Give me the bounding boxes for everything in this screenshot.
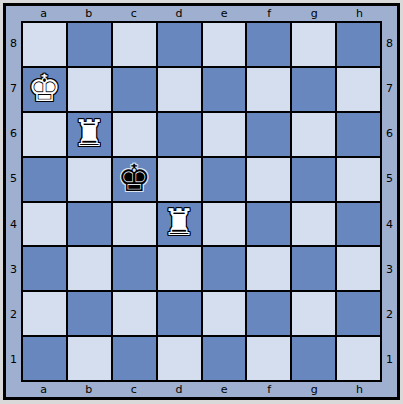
- square-h4[interactable]: [337, 203, 380, 246]
- square-g1[interactable]: [292, 337, 335, 380]
- square-h1[interactable]: [337, 337, 380, 380]
- rank-left-label-5: 5: [6, 156, 21, 201]
- board-frame: ♚♜♚♜ aabbccddeeffgghh8877665544332211: [3, 3, 400, 400]
- square-f1[interactable]: [247, 337, 290, 380]
- square-a3[interactable]: [23, 247, 66, 290]
- square-f6[interactable]: [247, 113, 290, 156]
- file-top-label-b: b: [66, 6, 111, 21]
- file-bottom-label-e: e: [202, 382, 247, 397]
- square-e7[interactable]: [203, 68, 246, 111]
- square-h5[interactable]: [337, 158, 380, 201]
- square-b3[interactable]: [68, 247, 111, 290]
- rank-left-label-8: 8: [6, 21, 21, 66]
- file-bottom-label-h: h: [337, 382, 382, 397]
- rank-left-label-1: 1: [6, 337, 21, 382]
- piece-white-rook[interactable]: ♜: [73, 115, 106, 152]
- square-g4[interactable]: [292, 203, 335, 246]
- square-a5[interactable]: [23, 158, 66, 201]
- square-a6[interactable]: [23, 113, 66, 156]
- square-e1[interactable]: [203, 337, 246, 380]
- square-b7[interactable]: [68, 68, 111, 111]
- square-a8[interactable]: [23, 23, 66, 66]
- square-c5[interactable]: ♚: [113, 158, 156, 201]
- rank-right-label-5: 5: [382, 156, 397, 201]
- square-h3[interactable]: [337, 247, 380, 290]
- square-b5[interactable]: [68, 158, 111, 201]
- rank-left-label-6: 6: [6, 111, 21, 156]
- file-top-label-g: g: [292, 6, 337, 21]
- square-c3[interactable]: [113, 247, 156, 290]
- square-f2[interactable]: [247, 292, 290, 335]
- square-a4[interactable]: [23, 203, 66, 246]
- square-d2[interactable]: [158, 292, 201, 335]
- square-h7[interactable]: [337, 68, 380, 111]
- piece-white-king[interactable]: ♚: [28, 70, 61, 107]
- square-f3[interactable]: [247, 247, 290, 290]
- square-f4[interactable]: [247, 203, 290, 246]
- square-d6[interactable]: [158, 113, 201, 156]
- square-c7[interactable]: [113, 68, 156, 111]
- file-bottom-label-g: g: [292, 382, 337, 397]
- square-e3[interactable]: [203, 247, 246, 290]
- square-a2[interactable]: [23, 292, 66, 335]
- square-b8[interactable]: [68, 23, 111, 66]
- square-c2[interactable]: [113, 292, 156, 335]
- square-b2[interactable]: [68, 292, 111, 335]
- chess-diagram-page: ♚♜♚♜ aabbccddeeffgghh8877665544332211: [0, 0, 403, 404]
- rank-right-label-3: 3: [382, 247, 397, 292]
- square-g8[interactable]: [292, 23, 335, 66]
- square-d8[interactable]: [158, 23, 201, 66]
- square-c1[interactable]: [113, 337, 156, 380]
- square-d5[interactable]: [158, 158, 201, 201]
- piece-white-rook[interactable]: ♜: [162, 204, 195, 241]
- file-bottom-label-b: b: [66, 382, 111, 397]
- file-top-label-e: e: [202, 6, 247, 21]
- rank-right-label-6: 6: [382, 111, 397, 156]
- square-e8[interactable]: [203, 23, 246, 66]
- square-b6[interactable]: ♜: [68, 113, 111, 156]
- square-g7[interactable]: [292, 68, 335, 111]
- rank-right-label-1: 1: [382, 337, 397, 382]
- square-a7[interactable]: ♚: [23, 68, 66, 111]
- square-d1[interactable]: [158, 337, 201, 380]
- square-h6[interactable]: [337, 113, 380, 156]
- square-g6[interactable]: [292, 113, 335, 156]
- file-top-label-a: a: [21, 6, 66, 21]
- square-a1[interactable]: [23, 337, 66, 380]
- chess-board: ♚♜♚♜: [21, 21, 382, 382]
- file-top-label-f: f: [247, 6, 292, 21]
- rank-right-label-2: 2: [382, 292, 397, 337]
- piece-black-king[interactable]: ♚: [118, 160, 151, 197]
- rank-left-label-4: 4: [6, 202, 21, 247]
- rank-left-label-7: 7: [6, 66, 21, 111]
- rank-right-label-7: 7: [382, 66, 397, 111]
- square-d3[interactable]: [158, 247, 201, 290]
- square-c8[interactable]: [113, 23, 156, 66]
- square-f8[interactable]: [247, 23, 290, 66]
- file-top-label-h: h: [337, 6, 382, 21]
- square-d4[interactable]: ♜: [158, 203, 201, 246]
- square-h8[interactable]: [337, 23, 380, 66]
- file-top-label-d: d: [156, 6, 201, 21]
- rank-right-label-8: 8: [382, 21, 397, 66]
- file-top-label-c: c: [111, 6, 156, 21]
- square-b1[interactable]: [68, 337, 111, 380]
- square-e6[interactable]: [203, 113, 246, 156]
- file-bottom-label-f: f: [247, 382, 292, 397]
- square-e2[interactable]: [203, 292, 246, 335]
- square-e5[interactable]: [203, 158, 246, 201]
- rank-left-label-2: 2: [6, 292, 21, 337]
- square-g2[interactable]: [292, 292, 335, 335]
- file-bottom-label-c: c: [111, 382, 156, 397]
- square-c4[interactable]: [113, 203, 156, 246]
- file-bottom-label-d: d: [156, 382, 201, 397]
- square-e4[interactable]: [203, 203, 246, 246]
- square-b4[interactable]: [68, 203, 111, 246]
- square-f7[interactable]: [247, 68, 290, 111]
- square-f5[interactable]: [247, 158, 290, 201]
- file-bottom-label-a: a: [21, 382, 66, 397]
- rank-left-label-3: 3: [6, 247, 21, 292]
- square-h2[interactable]: [337, 292, 380, 335]
- square-c6[interactable]: [113, 113, 156, 156]
- square-g5[interactable]: [292, 158, 335, 201]
- rank-right-label-4: 4: [382, 202, 397, 247]
- square-g3[interactable]: [292, 247, 335, 290]
- square-d7[interactable]: [158, 68, 201, 111]
